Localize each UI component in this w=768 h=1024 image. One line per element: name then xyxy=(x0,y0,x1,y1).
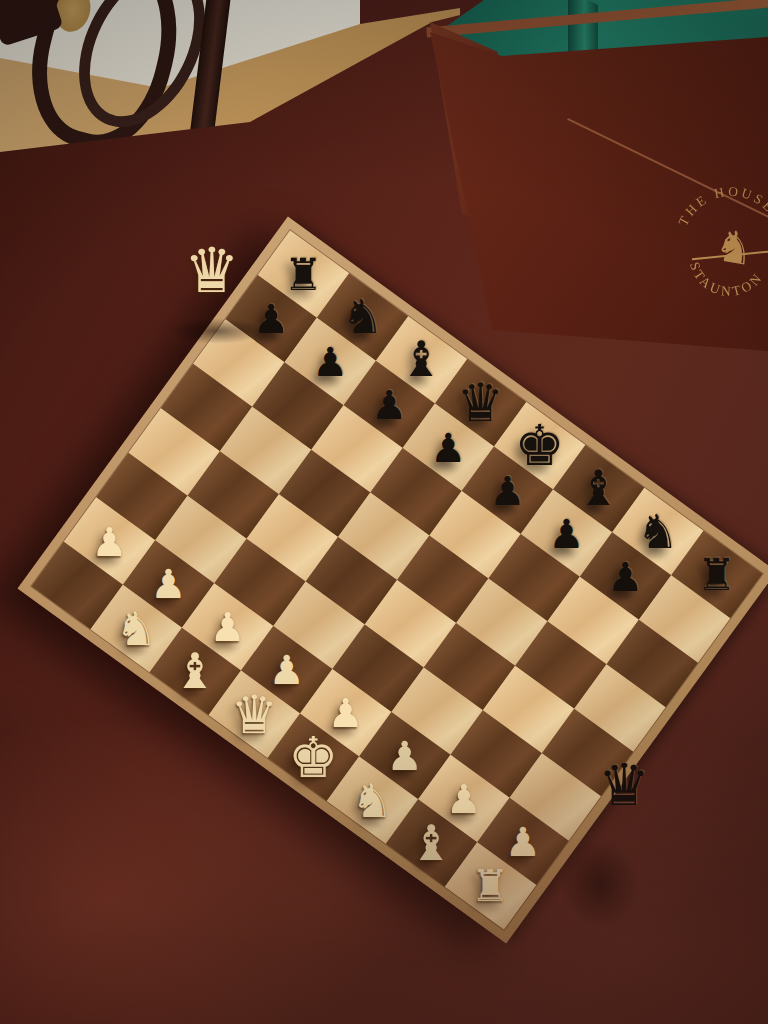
white-rook-h1[interactable]: ♜ xyxy=(454,858,527,913)
knight-icon: ♞ xyxy=(711,219,759,276)
white-queen-off-board[interactable]: ♛ xyxy=(184,240,240,302)
box-lid-panel: THE HOUSE OF STAUNTON ♞ xyxy=(430,22,768,352)
black-queen-off-board[interactable]: ♛ xyxy=(598,756,650,814)
house-of-staunton-logo: THE HOUSE OF STAUNTON ♞ xyxy=(651,159,768,321)
photo-scene: THE HOUSE OF STAUNTON ♞ ♜♞♝♛♚♝♞♜♟♟♟♟♟♟♟♟… xyxy=(0,0,768,1024)
chess-box: THE HOUSE OF STAUNTON ♞ xyxy=(400,0,768,354)
